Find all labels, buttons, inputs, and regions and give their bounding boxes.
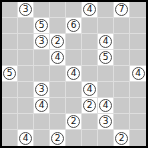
clue-cell-r2c6: 4 (98, 34, 114, 50)
clue-cell-r3c6: 5 (98, 50, 114, 66)
clue-circle: 4 (99, 99, 112, 112)
cell-r4c2[interactable] (34, 66, 50, 82)
cell-r3c0[interactable] (2, 50, 18, 66)
cell-r8c6[interactable] (98, 130, 114, 146)
clue-circle: 7 (115, 3, 128, 16)
kuromasu-board: 34756324455443442423422 (0, 0, 148, 148)
clue-circle: 3 (35, 35, 48, 48)
clue-cell-r6c2: 4 (34, 98, 50, 114)
cell-r1c7[interactable] (114, 18, 130, 34)
clue-circle: 5 (35, 19, 48, 32)
cell-r5c7[interactable] (114, 82, 130, 98)
cell-r2c0[interactable] (2, 34, 18, 50)
cell-r1c8[interactable] (130, 18, 146, 34)
cell-r1c0[interactable] (2, 18, 18, 34)
clue-cell-r4c4: 4 (66, 66, 82, 82)
clue-circle: 4 (67, 67, 80, 80)
clue-cell-r8c1: 4 (18, 130, 34, 146)
clue-circle: 5 (3, 67, 16, 80)
clue-cell-r8c3: 2 (50, 130, 66, 146)
cell-r7c1[interactable] (18, 114, 34, 130)
cell-r1c5[interactable] (82, 18, 98, 34)
cell-r5c0[interactable] (2, 82, 18, 98)
cell-r5c1[interactable] (18, 82, 34, 98)
clue-cell-r0c5: 4 (82, 2, 98, 18)
cell-r3c1[interactable] (18, 50, 34, 66)
cell-r2c7[interactable] (114, 34, 130, 50)
cell-r4c1[interactable] (18, 66, 34, 82)
clue-cell-r7c4: 2 (66, 114, 82, 130)
cell-r8c2[interactable] (34, 130, 50, 146)
clue-cell-r5c2: 3 (34, 82, 50, 98)
cell-r3c8[interactable] (130, 50, 146, 66)
cell-r0c3[interactable] (50, 2, 66, 18)
cell-r7c8[interactable] (130, 114, 146, 130)
cell-r7c3[interactable] (50, 114, 66, 130)
clue-circle: 4 (35, 99, 48, 112)
clue-circle: 3 (99, 115, 112, 128)
cell-r5c8[interactable] (130, 82, 146, 98)
clue-cell-r0c7: 7 (114, 2, 130, 18)
cell-r7c2[interactable] (34, 114, 50, 130)
cell-r2c8[interactable] (130, 34, 146, 50)
cell-r0c0[interactable] (2, 2, 18, 18)
clue-cell-r5c5: 4 (82, 82, 98, 98)
cell-r1c6[interactable] (98, 18, 114, 34)
cell-r8c8[interactable] (130, 130, 146, 146)
cell-r1c1[interactable] (18, 18, 34, 34)
cell-r7c0[interactable] (2, 114, 18, 130)
cell-r8c5[interactable] (82, 130, 98, 146)
clue-circle: 3 (19, 3, 32, 16)
clue-circle: 4 (132, 67, 145, 80)
cell-r8c4[interactable] (66, 130, 82, 146)
cell-r4c6[interactable] (98, 66, 114, 82)
clue-circle: 3 (35, 83, 48, 96)
cell-r5c4[interactable] (66, 82, 82, 98)
cell-r0c8[interactable] (130, 2, 146, 18)
clue-cell-r8c7: 2 (114, 130, 130, 146)
cell-r3c5[interactable] (82, 50, 98, 66)
clue-circle: 4 (99, 35, 112, 48)
clue-cell-r1c2: 5 (34, 18, 50, 34)
cell-r1c3[interactable] (50, 18, 66, 34)
clue-cell-r2c2: 3 (34, 34, 50, 50)
cell-r8c0[interactable] (2, 130, 18, 146)
cell-r6c4[interactable] (66, 98, 82, 114)
cell-r6c0[interactable] (2, 98, 18, 114)
cell-r6c3[interactable] (50, 98, 66, 114)
clue-cell-r4c0: 5 (2, 66, 18, 82)
clue-circle: 2 (67, 115, 80, 128)
cell-r4c7[interactable] (114, 66, 130, 82)
cell-r2c1[interactable] (18, 34, 34, 50)
cell-r5c6[interactable] (98, 82, 114, 98)
cell-r0c4[interactable] (66, 2, 82, 18)
cell-r7c5[interactable] (82, 114, 98, 130)
clue-circle: 4 (51, 51, 64, 64)
cell-r0c2[interactable] (34, 2, 50, 18)
cell-r6c8[interactable] (130, 98, 146, 114)
clue-cell-r6c5: 2 (82, 98, 98, 114)
cell-r4c5[interactable] (82, 66, 98, 82)
cell-r6c1[interactable] (18, 98, 34, 114)
clue-circle: 2 (83, 99, 96, 112)
cell-r3c4[interactable] (66, 50, 82, 66)
cell-r2c4[interactable] (66, 34, 82, 50)
clue-cell-r7c6: 3 (98, 114, 114, 130)
clue-cell-r4c8: 4 (130, 66, 146, 82)
cell-r4c3[interactable] (50, 66, 66, 82)
cell-r5c3[interactable] (50, 82, 66, 98)
clue-cell-r2c3: 2 (50, 34, 66, 50)
clue-cell-r3c3: 4 (50, 50, 66, 66)
clue-circle: 2 (115, 132, 128, 145)
clue-circle: 6 (67, 19, 80, 32)
cell-r2c5[interactable] (82, 34, 98, 50)
cell-r3c2[interactable] (34, 50, 50, 66)
cell-r3c7[interactable] (114, 50, 130, 66)
cell-r0c6[interactable] (98, 2, 114, 18)
clue-circle: 4 (83, 83, 96, 96)
clue-cell-r1c4: 6 (66, 18, 82, 34)
cell-r6c7[interactable] (114, 98, 130, 114)
clue-circle: 4 (83, 3, 96, 16)
clue-circle: 2 (51, 35, 64, 48)
clue-circle: 2 (51, 132, 64, 145)
clue-cell-r0c1: 3 (18, 2, 34, 18)
clue-circle: 5 (99, 51, 112, 64)
clue-cell-r6c6: 4 (98, 98, 114, 114)
clue-circle: 4 (19, 132, 32, 145)
cell-r7c7[interactable] (114, 114, 130, 130)
